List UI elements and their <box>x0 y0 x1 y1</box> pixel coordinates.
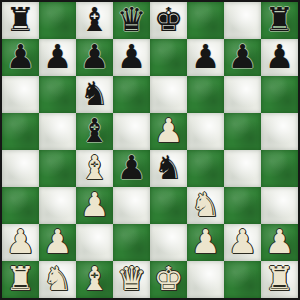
square-e5[interactable]: ♟ <box>150 113 187 150</box>
square-d6[interactable] <box>113 76 150 113</box>
white-bishop[interactable]: ♝ <box>80 151 110 184</box>
square-f6[interactable] <box>187 76 224 113</box>
square-e6[interactable] <box>150 76 187 113</box>
square-f2[interactable]: ♟ <box>187 224 224 261</box>
black-pawn[interactable]: ♟ <box>6 40 36 73</box>
square-g3[interactable] <box>224 187 261 224</box>
square-b5[interactable] <box>39 113 76 150</box>
square-h3[interactable] <box>261 187 298 224</box>
black-king[interactable]: ♚ <box>154 3 184 36</box>
square-g6[interactable] <box>224 76 261 113</box>
black-rook[interactable]: ♜ <box>6 3 36 36</box>
square-h7[interactable]: ♟ <box>261 39 298 76</box>
black-bishop[interactable]: ♝ <box>80 114 110 147</box>
square-c2[interactable] <box>76 224 113 261</box>
black-rook[interactable]: ♜ <box>265 3 295 36</box>
square-e3[interactable] <box>150 187 187 224</box>
square-a5[interactable] <box>2 113 39 150</box>
square-c1[interactable]: ♝ <box>76 261 113 298</box>
white-rook[interactable]: ♜ <box>265 262 295 295</box>
square-f7[interactable]: ♟ <box>187 39 224 76</box>
square-f8[interactable] <box>187 2 224 39</box>
square-f3[interactable]: ♞ <box>187 187 224 224</box>
black-pawn[interactable]: ♟ <box>228 40 258 73</box>
square-h1[interactable]: ♜ <box>261 261 298 298</box>
black-pawn[interactable]: ♟ <box>43 40 73 73</box>
square-a6[interactable] <box>2 76 39 113</box>
square-a3[interactable] <box>2 187 39 224</box>
black-pawn[interactable]: ♟ <box>117 151 147 184</box>
black-knight[interactable]: ♞ <box>80 77 110 110</box>
square-h8[interactable]: ♜ <box>261 2 298 39</box>
square-c6[interactable]: ♞ <box>76 76 113 113</box>
square-b8[interactable] <box>39 2 76 39</box>
square-a1[interactable]: ♜ <box>2 261 39 298</box>
white-pawn[interactable]: ♟ <box>43 225 73 258</box>
black-pawn[interactable]: ♟ <box>80 40 110 73</box>
square-b2[interactable]: ♟ <box>39 224 76 261</box>
square-g4[interactable] <box>224 150 261 187</box>
white-pawn[interactable]: ♟ <box>191 225 221 258</box>
square-c7[interactable]: ♟ <box>76 39 113 76</box>
square-a4[interactable] <box>2 150 39 187</box>
white-rook[interactable]: ♜ <box>6 262 36 295</box>
square-d4[interactable]: ♟ <box>113 150 150 187</box>
square-c8[interactable]: ♝ <box>76 2 113 39</box>
black-pawn[interactable]: ♟ <box>191 40 221 73</box>
square-h6[interactable] <box>261 76 298 113</box>
white-queen[interactable]: ♛ <box>117 262 147 295</box>
square-c3[interactable]: ♟ <box>76 187 113 224</box>
white-pawn[interactable]: ♟ <box>6 225 36 258</box>
square-a7[interactable]: ♟ <box>2 39 39 76</box>
square-d7[interactable]: ♟ <box>113 39 150 76</box>
square-e4[interactable]: ♞ <box>150 150 187 187</box>
square-d2[interactable] <box>113 224 150 261</box>
white-pawn[interactable]: ♟ <box>154 114 184 147</box>
square-d3[interactable] <box>113 187 150 224</box>
white-knight[interactable]: ♞ <box>191 188 221 221</box>
square-a8[interactable]: ♜ <box>2 2 39 39</box>
square-g8[interactable] <box>224 2 261 39</box>
square-c4[interactable]: ♝ <box>76 150 113 187</box>
black-pawn[interactable]: ♟ <box>265 40 295 73</box>
square-g7[interactable]: ♟ <box>224 39 261 76</box>
white-pawn[interactable]: ♟ <box>228 225 258 258</box>
black-pawn[interactable]: ♟ <box>117 40 147 73</box>
black-bishop[interactable]: ♝ <box>80 3 110 36</box>
square-b6[interactable] <box>39 76 76 113</box>
square-e7[interactable] <box>150 39 187 76</box>
chess-board: ♜♝♛♚♜♟♟♟♟♟♟♟♞♝♟♝♟♞♟♞♟♟♟♟♟♜♞♝♛♚♜ <box>0 0 300 300</box>
square-e2[interactable] <box>150 224 187 261</box>
square-f5[interactable] <box>187 113 224 150</box>
white-pawn[interactable]: ♟ <box>80 188 110 221</box>
square-b7[interactable]: ♟ <box>39 39 76 76</box>
square-h5[interactable] <box>261 113 298 150</box>
square-h4[interactable] <box>261 150 298 187</box>
square-b1[interactable]: ♞ <box>39 261 76 298</box>
square-b4[interactable] <box>39 150 76 187</box>
square-d1[interactable]: ♛ <box>113 261 150 298</box>
square-b3[interactable] <box>39 187 76 224</box>
white-knight[interactable]: ♞ <box>43 262 73 295</box>
square-c5[interactable]: ♝ <box>76 113 113 150</box>
white-king[interactable]: ♚ <box>154 262 184 295</box>
square-e8[interactable]: ♚ <box>150 2 187 39</box>
white-bishop[interactable]: ♝ <box>80 262 110 295</box>
square-e1[interactable]: ♚ <box>150 261 187 298</box>
black-queen[interactable]: ♛ <box>117 3 147 36</box>
square-h2[interactable]: ♟ <box>261 224 298 261</box>
square-d8[interactable]: ♛ <box>113 2 150 39</box>
square-g5[interactable] <box>224 113 261 150</box>
square-f1[interactable] <box>187 261 224 298</box>
square-d5[interactable] <box>113 113 150 150</box>
square-g2[interactable]: ♟ <box>224 224 261 261</box>
black-knight[interactable]: ♞ <box>154 151 184 184</box>
square-a2[interactable]: ♟ <box>2 224 39 261</box>
square-f4[interactable] <box>187 150 224 187</box>
square-g1[interactable] <box>224 261 261 298</box>
white-pawn[interactable]: ♟ <box>265 225 295 258</box>
